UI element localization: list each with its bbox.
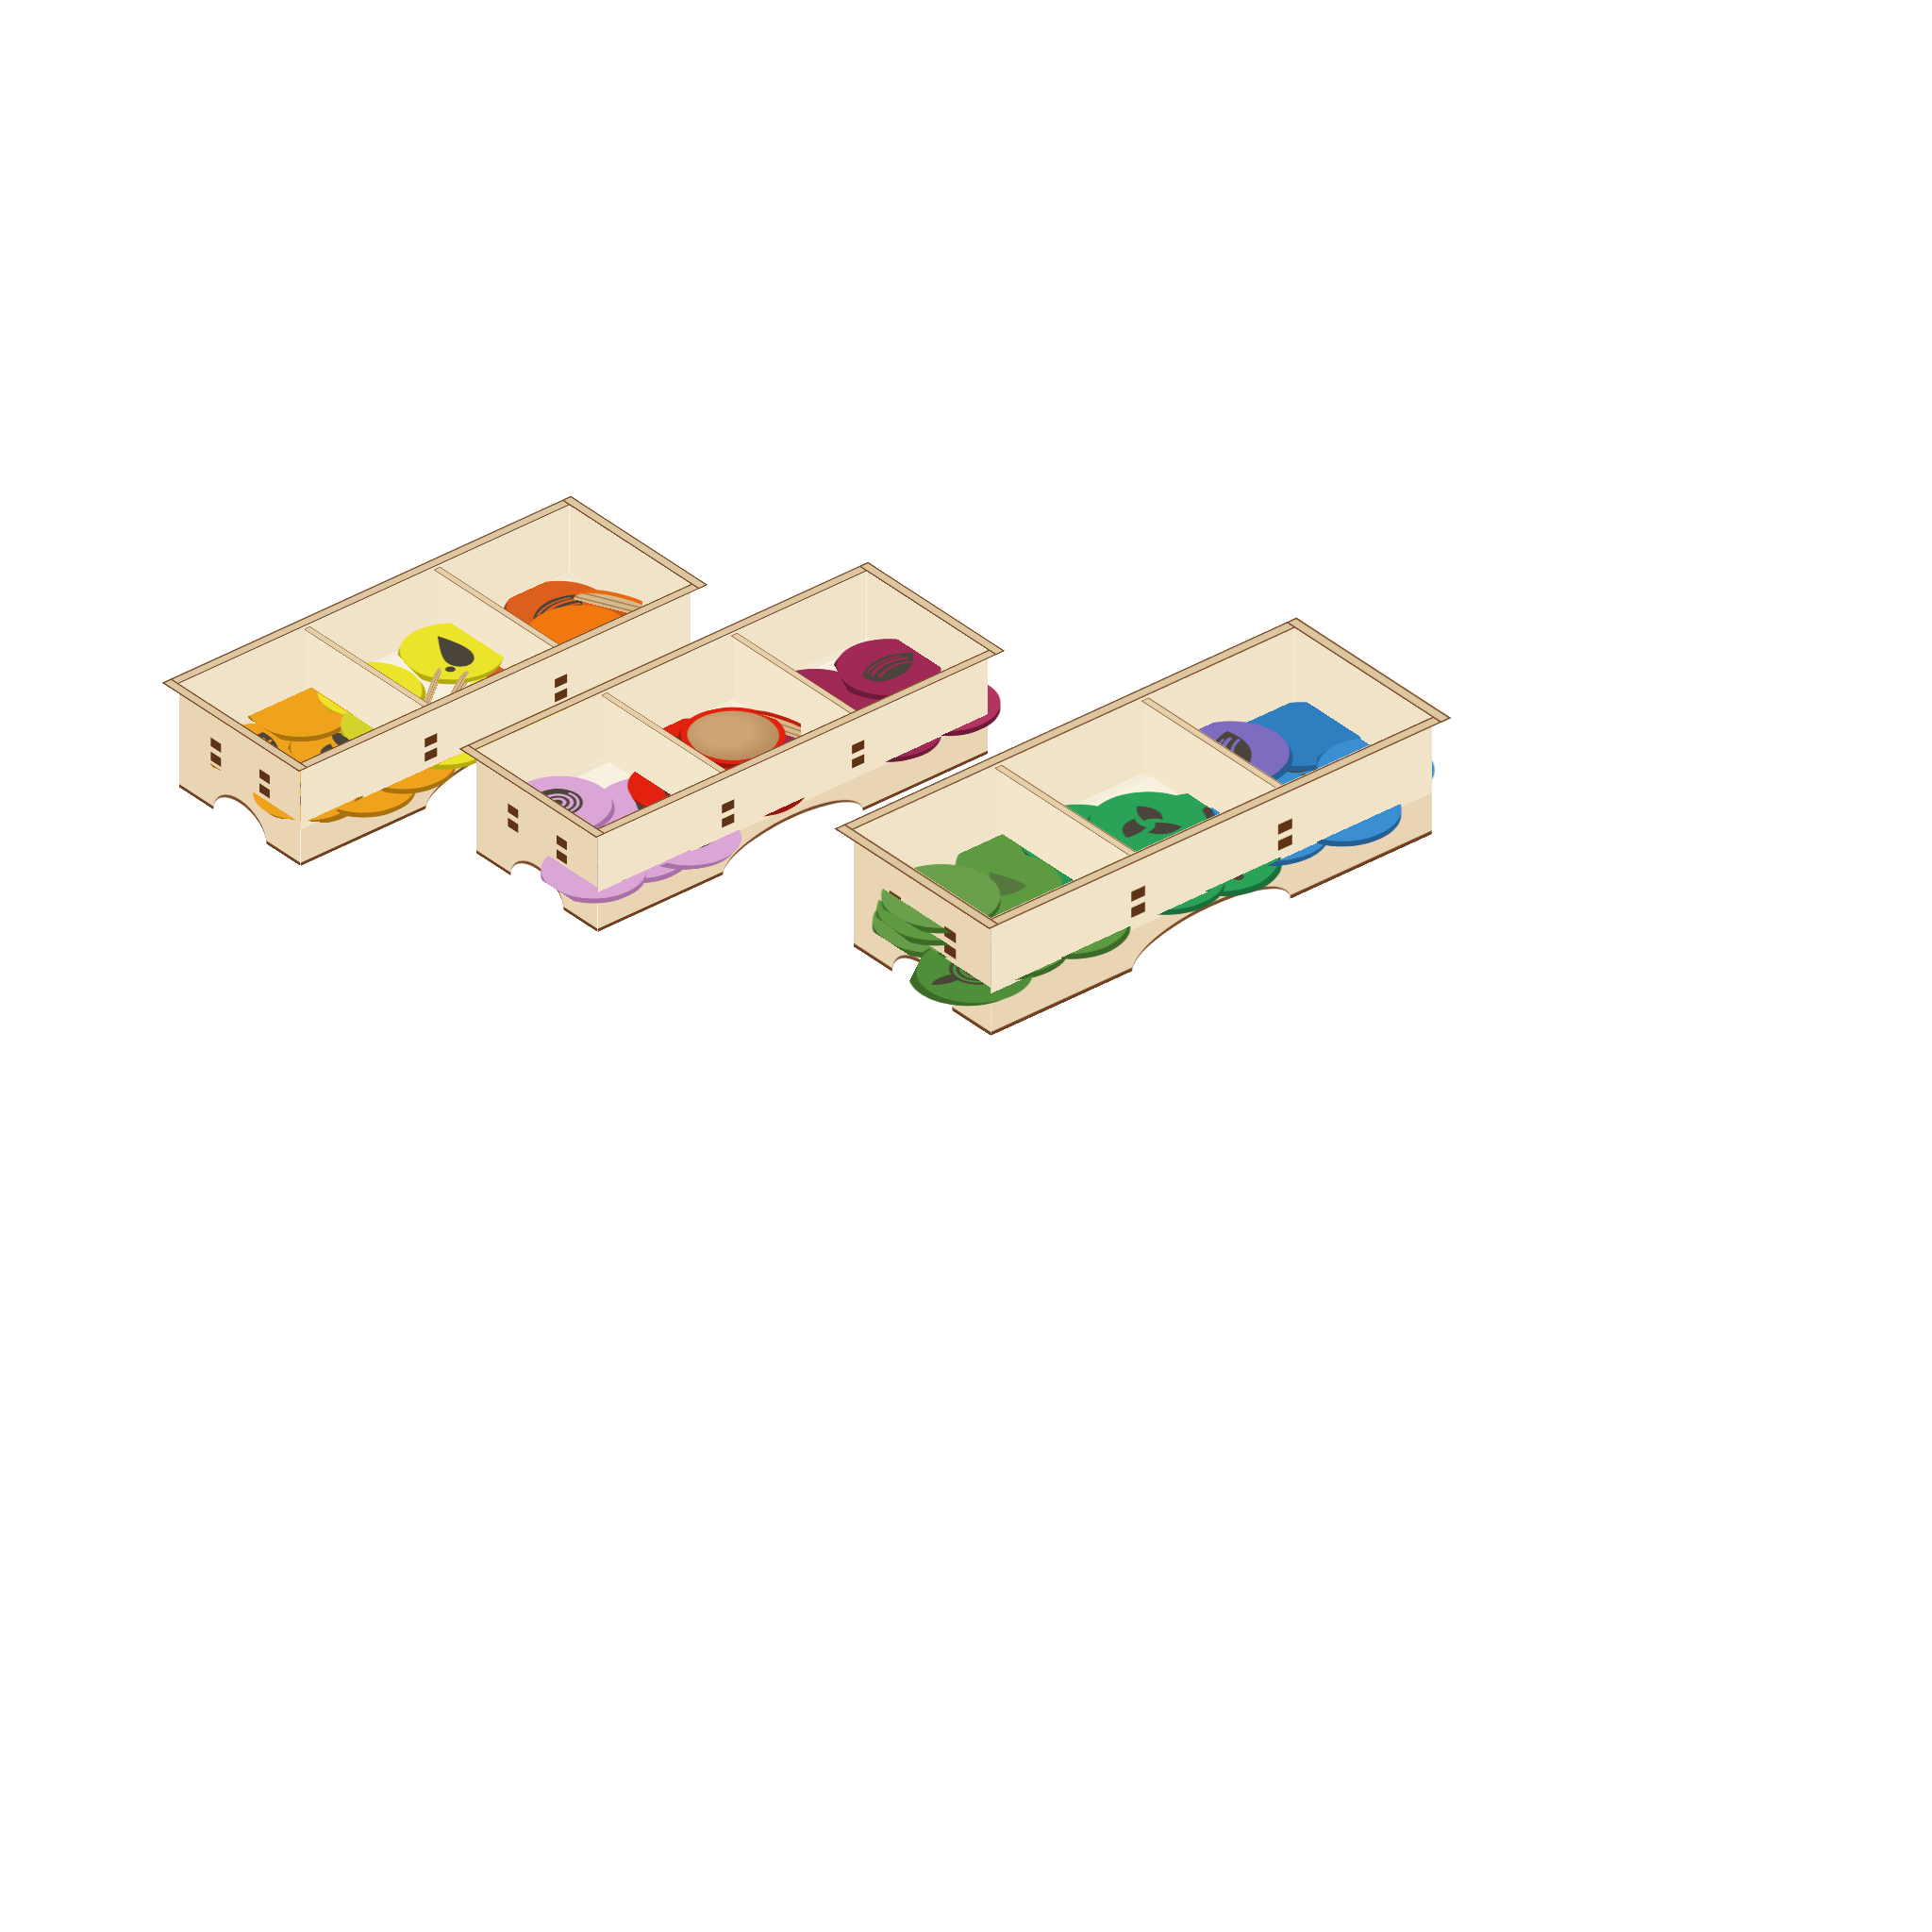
product-photo-scene <box>0 0 1932 1932</box>
